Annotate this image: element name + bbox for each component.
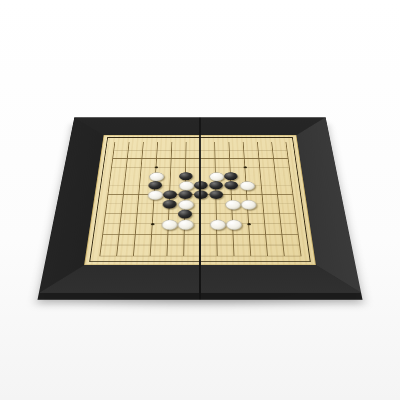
stone-white	[225, 219, 242, 229]
stone-black	[178, 190, 192, 198]
stone-black	[224, 172, 238, 180]
stone-white	[209, 172, 224, 181]
fold-seam	[199, 117, 201, 299]
star-point	[243, 166, 246, 168]
stone-black	[209, 190, 223, 198]
stone-white	[239, 181, 255, 190]
stone-white	[240, 200, 256, 210]
stone-black	[177, 209, 191, 218]
stone-white	[178, 181, 193, 190]
stone-white	[178, 200, 194, 210]
board-frame	[39, 117, 361, 293]
go-board	[39, 117, 361, 293]
stone-black	[163, 190, 177, 198]
stone-white	[161, 219, 178, 229]
star-point	[154, 166, 157, 168]
star-point	[247, 223, 251, 225]
stone-white	[177, 219, 193, 229]
star-point	[150, 223, 154, 225]
stone-black	[209, 181, 223, 189]
stone-white	[225, 200, 241, 210]
stone-white	[209, 219, 225, 229]
stone-black	[224, 181, 238, 189]
stone-white	[148, 172, 164, 181]
product-photo-scene	[0, 0, 400, 400]
stone-black	[162, 200, 176, 209]
stone-black	[148, 181, 162, 189]
stone-black	[179, 172, 193, 180]
stone-white	[147, 190, 163, 199]
